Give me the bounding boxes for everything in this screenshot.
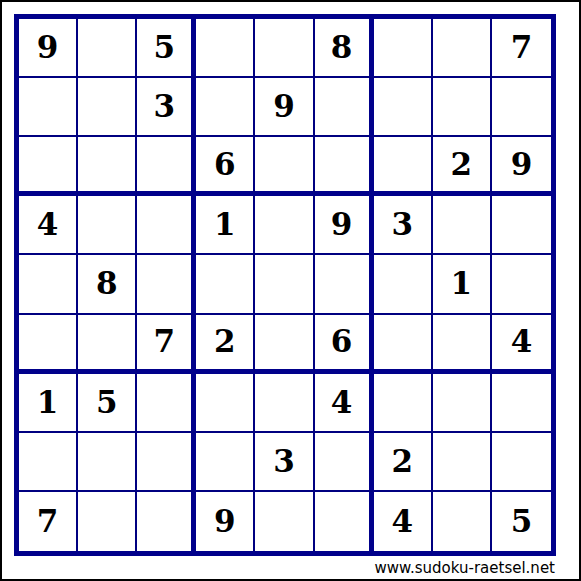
cell-r2c2[interactable]	[78, 78, 137, 137]
cell-r8c6[interactable]	[315, 433, 374, 492]
cell-r3c7[interactable]	[374, 137, 433, 196]
cell-r9c2[interactable]	[78, 492, 137, 551]
cell-r1c1[interactable]: 9	[19, 19, 78, 78]
cell-r2c9[interactable]	[492, 78, 551, 137]
cell-r7c8[interactable]	[433, 374, 492, 433]
cell-r6c7[interactable]	[374, 315, 433, 374]
cell-r3c9[interactable]: 9	[492, 137, 551, 196]
cell-r9c4[interactable]: 9	[196, 492, 255, 551]
cell-r7c4[interactable]	[196, 374, 255, 433]
cell-r5c5[interactable]	[255, 255, 314, 314]
cell-r6c4[interactable]: 2	[196, 315, 255, 374]
cell-r8c5[interactable]: 3	[255, 433, 314, 492]
cell-r4c4[interactable]: 1	[196, 196, 255, 255]
sudoku-puzzle-image: 9587396294193817264154327945 www.sudoku-…	[0, 0, 581, 581]
cell-r8c8[interactable]	[433, 433, 492, 492]
cell-r9c6[interactable]	[315, 492, 374, 551]
cell-r2c3[interactable]: 3	[137, 78, 196, 137]
cell-r1c2[interactable]	[78, 19, 137, 78]
cell-r5c4[interactable]	[196, 255, 255, 314]
cell-r3c3[interactable]	[137, 137, 196, 196]
cell-r4c1[interactable]: 4	[19, 196, 78, 255]
cell-r9c9[interactable]: 5	[492, 492, 551, 551]
cell-r9c7[interactable]: 4	[374, 492, 433, 551]
cell-r6c3[interactable]: 7	[137, 315, 196, 374]
cell-r2c5[interactable]: 9	[255, 78, 314, 137]
cell-r7c3[interactable]	[137, 374, 196, 433]
cell-r1c7[interactable]	[374, 19, 433, 78]
cell-r3c6[interactable]	[315, 137, 374, 196]
cell-r9c3[interactable]	[137, 492, 196, 551]
cell-r1c6[interactable]: 8	[315, 19, 374, 78]
cell-r8c2[interactable]	[78, 433, 137, 492]
cell-r2c6[interactable]	[315, 78, 374, 137]
cell-r8c9[interactable]	[492, 433, 551, 492]
cell-r1c5[interactable]	[255, 19, 314, 78]
cell-r3c8[interactable]: 2	[433, 137, 492, 196]
cell-r6c8[interactable]	[433, 315, 492, 374]
cell-r6c9[interactable]: 4	[492, 315, 551, 374]
cell-r1c4[interactable]	[196, 19, 255, 78]
cell-r6c1[interactable]	[19, 315, 78, 374]
sudoku-board: 9587396294193817264154327945	[14, 14, 556, 556]
cell-r3c4[interactable]: 6	[196, 137, 255, 196]
cell-r9c1[interactable]: 7	[19, 492, 78, 551]
cell-r4c8[interactable]	[433, 196, 492, 255]
cell-r9c8[interactable]	[433, 492, 492, 551]
cell-r3c2[interactable]	[78, 137, 137, 196]
cell-r3c5[interactable]	[255, 137, 314, 196]
cell-r9c5[interactable]	[255, 492, 314, 551]
cell-r1c9[interactable]: 7	[492, 19, 551, 78]
cell-r4c7[interactable]: 3	[374, 196, 433, 255]
cell-r5c3[interactable]	[137, 255, 196, 314]
cell-r5c7[interactable]	[374, 255, 433, 314]
cell-r8c7[interactable]: 2	[374, 433, 433, 492]
cell-r2c8[interactable]	[433, 78, 492, 137]
cell-r5c2[interactable]: 8	[78, 255, 137, 314]
cell-r5c9[interactable]	[492, 255, 551, 314]
cell-r7c2[interactable]: 5	[78, 374, 137, 433]
cell-r6c2[interactable]	[78, 315, 137, 374]
cell-r5c6[interactable]	[315, 255, 374, 314]
cell-r1c8[interactable]	[433, 19, 492, 78]
cell-r3c1[interactable]	[19, 137, 78, 196]
cell-r2c7[interactable]	[374, 78, 433, 137]
cell-r4c6[interactable]: 9	[315, 196, 374, 255]
cell-r8c1[interactable]	[19, 433, 78, 492]
cell-r2c1[interactable]	[19, 78, 78, 137]
website-url: www.sudoku-raetsel.net	[375, 559, 555, 577]
cell-r8c4[interactable]	[196, 433, 255, 492]
cell-r6c5[interactable]	[255, 315, 314, 374]
cell-r2c4[interactable]	[196, 78, 255, 137]
cell-r7c7[interactable]	[374, 374, 433, 433]
cell-r5c1[interactable]	[19, 255, 78, 314]
cell-r7c1[interactable]: 1	[19, 374, 78, 433]
cell-r7c9[interactable]	[492, 374, 551, 433]
cell-r4c5[interactable]	[255, 196, 314, 255]
cell-r4c3[interactable]	[137, 196, 196, 255]
cell-r6c6[interactable]: 6	[315, 315, 374, 374]
cell-r1c3[interactable]: 5	[137, 19, 196, 78]
cell-r7c6[interactable]: 4	[315, 374, 374, 433]
cell-r4c2[interactable]	[78, 196, 137, 255]
cell-r4c9[interactable]	[492, 196, 551, 255]
cell-r5c8[interactable]: 1	[433, 255, 492, 314]
cell-r8c3[interactable]	[137, 433, 196, 492]
cell-r7c5[interactable]	[255, 374, 314, 433]
